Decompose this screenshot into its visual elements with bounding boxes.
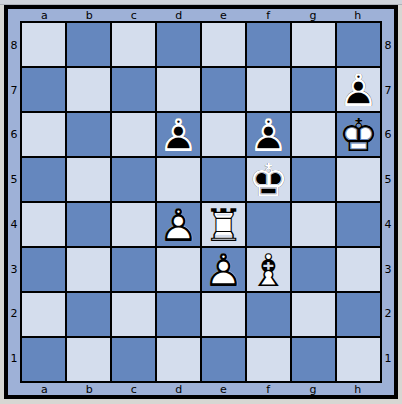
square-f6[interactable]: ♟♙ bbox=[247, 113, 290, 156]
rank-label-3: 3 bbox=[8, 247, 20, 292]
file-label-b: b bbox=[67, 9, 112, 21]
square-h4[interactable] bbox=[337, 203, 380, 246]
rank-label-7: 7 bbox=[8, 68, 20, 113]
square-h3[interactable] bbox=[337, 248, 380, 291]
square-h8[interactable] bbox=[337, 23, 380, 66]
square-c3[interactable] bbox=[112, 248, 155, 291]
square-e6[interactable] bbox=[202, 113, 245, 156]
square-h5[interactable] bbox=[337, 158, 380, 201]
square-c6[interactable] bbox=[112, 113, 155, 156]
square-a6[interactable] bbox=[22, 113, 65, 156]
square-f2[interactable] bbox=[247, 293, 290, 336]
square-b5[interactable] bbox=[67, 158, 110, 201]
square-b1[interactable] bbox=[67, 338, 110, 381]
square-c8[interactable] bbox=[112, 23, 155, 66]
king-outline-glyph: ♔ bbox=[247, 159, 290, 202]
square-g5[interactable] bbox=[292, 158, 335, 201]
file-label-h: h bbox=[335, 383, 380, 395]
rank-label-4: 4 bbox=[382, 202, 394, 247]
square-b4[interactable] bbox=[67, 203, 110, 246]
pawn-fill-glyph: ♟ bbox=[157, 114, 200, 157]
square-f1[interactable] bbox=[247, 338, 290, 381]
square-b3[interactable] bbox=[67, 248, 110, 291]
board-frame: abcdefgh 87654321 ♟♙♟♙♟♙♚♔♚♔♟♙♜♖♟♙♝♗ 876… bbox=[8, 9, 394, 395]
square-e3[interactable]: ♟♙ bbox=[202, 248, 245, 291]
square-g8[interactable] bbox=[292, 23, 335, 66]
rank-label-7: 7 bbox=[382, 68, 394, 113]
pawn-fill-glyph: ♟ bbox=[157, 204, 200, 247]
file-label-b: b bbox=[67, 383, 112, 395]
frame-corner-top-left bbox=[8, 9, 20, 21]
chess-app-window: abcdefgh 87654321 ♟♙♟♙♟♙♚♔♚♔♟♙♜♖♟♙♝♗ 876… bbox=[0, 0, 402, 404]
square-e7[interactable] bbox=[202, 68, 245, 111]
file-labels-bottom: abcdefgh bbox=[20, 383, 382, 395]
piece-black-pawn-d6[interactable]: ♟♙ bbox=[157, 113, 200, 156]
piece-white-king-h6[interactable]: ♚♔ bbox=[337, 113, 380, 156]
pawn-outline-glyph: ♙ bbox=[202, 249, 245, 292]
piece-white-pawn-e3[interactable]: ♟♙ bbox=[202, 248, 245, 291]
rank-labels-left: 87654321 bbox=[8, 21, 20, 383]
rank-label-5: 5 bbox=[382, 157, 394, 202]
file-label-f: f bbox=[246, 383, 291, 395]
square-d7[interactable] bbox=[157, 68, 200, 111]
file-label-c: c bbox=[112, 9, 157, 21]
rank-label-2: 2 bbox=[8, 292, 20, 337]
file-label-f: f bbox=[246, 9, 291, 21]
rook-outline-glyph: ♖ bbox=[202, 204, 245, 247]
square-h7[interactable]: ♟♙ bbox=[337, 68, 380, 111]
square-e5[interactable] bbox=[202, 158, 245, 201]
file-label-c: c bbox=[112, 383, 157, 395]
frame-corner-bottom-left bbox=[8, 383, 20, 395]
square-d3[interactable] bbox=[157, 248, 200, 291]
pawn-fill-glyph: ♟ bbox=[247, 114, 290, 157]
square-d8[interactable] bbox=[157, 23, 200, 66]
square-f5[interactable]: ♚♔ bbox=[247, 158, 290, 201]
pawn-fill-glyph: ♟ bbox=[202, 249, 245, 292]
pawn-outline-glyph: ♙ bbox=[247, 114, 290, 157]
rank-label-4: 4 bbox=[8, 202, 20, 247]
rank-label-3: 3 bbox=[382, 247, 394, 292]
square-g3[interactable] bbox=[292, 248, 335, 291]
square-g1[interactable] bbox=[292, 338, 335, 381]
square-f4[interactable] bbox=[247, 203, 290, 246]
square-f3[interactable]: ♝♗ bbox=[247, 248, 290, 291]
pawn-outline-glyph: ♙ bbox=[157, 204, 200, 247]
square-c1[interactable] bbox=[112, 338, 155, 381]
frame-corner-top-right bbox=[382, 9, 394, 21]
square-c2[interactable] bbox=[112, 293, 155, 336]
piece-white-pawn-d4[interactable]: ♟♙ bbox=[157, 203, 200, 246]
rook-fill-glyph: ♜ bbox=[202, 204, 245, 247]
king-fill-glyph: ♚ bbox=[247, 159, 290, 202]
pawn-outline-glyph: ♙ bbox=[157, 114, 200, 157]
square-b6[interactable] bbox=[67, 113, 110, 156]
square-g4[interactable] bbox=[292, 203, 335, 246]
file-label-d: d bbox=[156, 9, 201, 21]
file-label-e: e bbox=[201, 9, 246, 21]
square-h2[interactable] bbox=[337, 293, 380, 336]
rank-label-1: 1 bbox=[382, 336, 394, 381]
square-a2[interactable] bbox=[22, 293, 65, 336]
file-label-g: g bbox=[291, 383, 336, 395]
king-outline-glyph: ♔ bbox=[337, 114, 380, 157]
square-b7[interactable] bbox=[67, 68, 110, 111]
square-a4[interactable] bbox=[22, 203, 65, 246]
rank-label-8: 8 bbox=[8, 23, 20, 68]
square-b8[interactable] bbox=[67, 23, 110, 66]
file-label-d: d bbox=[156, 383, 201, 395]
square-e2[interactable] bbox=[202, 293, 245, 336]
pawn-outline-glyph: ♙ bbox=[337, 69, 380, 112]
square-a3[interactable] bbox=[22, 248, 65, 291]
square-f7[interactable] bbox=[247, 68, 290, 111]
square-e8[interactable] bbox=[202, 23, 245, 66]
rank-labels-right: 87654321 bbox=[382, 21, 394, 383]
square-d5[interactable] bbox=[157, 158, 200, 201]
file-label-h: h bbox=[335, 9, 380, 21]
square-e4[interactable]: ♜♖ bbox=[202, 203, 245, 246]
square-b2[interactable] bbox=[67, 293, 110, 336]
square-g2[interactable] bbox=[292, 293, 335, 336]
square-c4[interactable] bbox=[112, 203, 155, 246]
rank-label-8: 8 bbox=[382, 23, 394, 68]
square-d4[interactable]: ♟♙ bbox=[157, 203, 200, 246]
file-label-e: e bbox=[201, 383, 246, 395]
square-g6[interactable] bbox=[292, 113, 335, 156]
square-a8[interactable] bbox=[22, 23, 65, 66]
square-a5[interactable] bbox=[22, 158, 65, 201]
piece-white-bishop-f3[interactable]: ♝♗ bbox=[247, 248, 290, 291]
square-g7[interactable] bbox=[292, 68, 335, 111]
file-label-g: g bbox=[291, 9, 336, 21]
rank-label-6: 6 bbox=[8, 113, 20, 158]
file-label-a: a bbox=[22, 383, 67, 395]
bishop-outline-glyph: ♗ bbox=[247, 249, 290, 292]
piece-black-king-f5[interactable]: ♚♔ bbox=[247, 158, 290, 201]
square-a7[interactable] bbox=[22, 68, 65, 111]
king-fill-glyph: ♚ bbox=[337, 114, 380, 157]
square-a1[interactable] bbox=[22, 338, 65, 381]
piece-black-pawn-f6[interactable]: ♟♙ bbox=[247, 113, 290, 156]
square-c5[interactable] bbox=[112, 158, 155, 201]
piece-black-pawn-h7[interactable]: ♟♙ bbox=[337, 68, 380, 111]
bishop-fill-glyph: ♝ bbox=[247, 249, 290, 292]
square-d6[interactable]: ♟♙ bbox=[157, 113, 200, 156]
rank-label-6: 6 bbox=[382, 113, 394, 158]
square-c7[interactable] bbox=[112, 68, 155, 111]
square-d2[interactable] bbox=[157, 293, 200, 336]
piece-white-rook-e4[interactable]: ♜♖ bbox=[202, 203, 245, 246]
square-e1[interactable] bbox=[202, 338, 245, 381]
rank-label-1: 1 bbox=[8, 336, 20, 381]
square-h1[interactable] bbox=[337, 338, 380, 381]
square-d1[interactable] bbox=[157, 338, 200, 381]
board-border: abcdefgh 87654321 ♟♙♟♙♟♙♚♔♚♔♟♙♜♖♟♙♝♗ 876… bbox=[4, 5, 398, 399]
square-h6[interactable]: ♚♔ bbox=[337, 113, 380, 156]
rank-label-2: 2 bbox=[382, 292, 394, 337]
board-grid: ♟♙♟♙♟♙♚♔♚♔♟♙♜♖♟♙♝♗ bbox=[20, 21, 382, 383]
square-f8[interactable] bbox=[247, 23, 290, 66]
file-label-a: a bbox=[22, 9, 67, 21]
frame-corner-bottom-right bbox=[382, 383, 394, 395]
pawn-fill-glyph: ♟ bbox=[337, 69, 380, 112]
file-labels-top: abcdefgh bbox=[20, 9, 382, 21]
rank-label-5: 5 bbox=[8, 157, 20, 202]
